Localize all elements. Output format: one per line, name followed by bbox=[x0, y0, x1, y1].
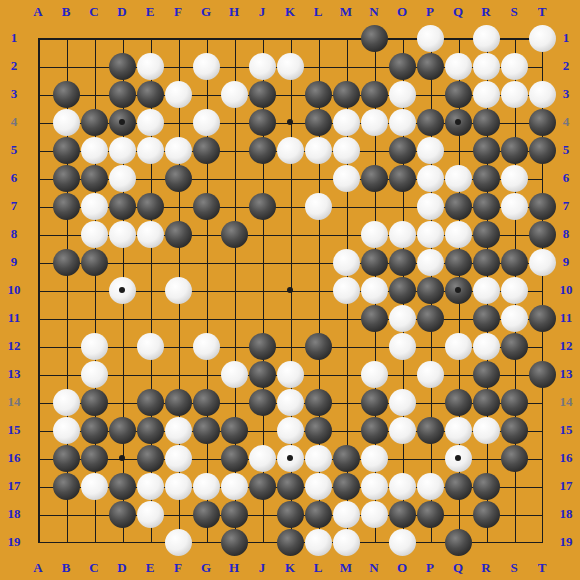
cell-H2[interactable] bbox=[220, 52, 248, 80]
cell-H15[interactable]: ● bbox=[220, 416, 248, 444]
cell-P13[interactable]: ● bbox=[416, 360, 444, 388]
cell-R1[interactable]: ● bbox=[472, 24, 500, 52]
cell-A3[interactable] bbox=[24, 80, 52, 108]
cell-E14[interactable]: ● bbox=[136, 388, 164, 416]
cell-C6[interactable]: ● bbox=[80, 164, 108, 192]
cell-O2[interactable]: ● bbox=[388, 52, 416, 80]
cell-G11[interactable] bbox=[192, 304, 220, 332]
cell-O6[interactable]: ● bbox=[388, 164, 416, 192]
cell-Q18[interactable] bbox=[444, 500, 472, 528]
cell-P12[interactable] bbox=[416, 332, 444, 360]
cell-M12[interactable] bbox=[332, 332, 360, 360]
cell-P18[interactable]: ● bbox=[416, 500, 444, 528]
cell-G3[interactable] bbox=[192, 80, 220, 108]
cell-N18[interactable]: ● bbox=[360, 500, 388, 528]
cell-A8[interactable] bbox=[24, 220, 52, 248]
cell-Q3[interactable]: ● bbox=[444, 80, 472, 108]
cell-B7[interactable]: ● bbox=[52, 192, 80, 220]
cell-F19[interactable]: ● bbox=[164, 528, 192, 556]
cell-B2[interactable] bbox=[52, 52, 80, 80]
cell-N1[interactable]: ● bbox=[360, 24, 388, 52]
cell-L16[interactable]: ● bbox=[304, 444, 332, 472]
cell-A5[interactable] bbox=[24, 136, 52, 164]
cell-P4[interactable]: ● bbox=[416, 108, 444, 136]
cell-C3[interactable] bbox=[80, 80, 108, 108]
cell-L2[interactable] bbox=[304, 52, 332, 80]
cell-P15[interactable]: ● bbox=[416, 416, 444, 444]
cell-L12[interactable]: ● bbox=[304, 332, 332, 360]
cell-F9[interactable] bbox=[164, 248, 192, 276]
cell-K1[interactable] bbox=[276, 24, 304, 52]
cell-K11[interactable] bbox=[276, 304, 304, 332]
cell-R18[interactable]: ● bbox=[472, 500, 500, 528]
cell-C13[interactable]: ● bbox=[80, 360, 108, 388]
cell-L18[interactable]: ● bbox=[304, 500, 332, 528]
cell-G13[interactable] bbox=[192, 360, 220, 388]
cell-J4[interactable]: ● bbox=[248, 108, 276, 136]
cell-T3[interactable]: ● bbox=[528, 80, 556, 108]
cell-S3[interactable]: ● bbox=[500, 80, 528, 108]
cell-P2[interactable]: ● bbox=[416, 52, 444, 80]
cell-J8[interactable] bbox=[248, 220, 276, 248]
cell-S9[interactable]: ● bbox=[500, 248, 528, 276]
cell-N7[interactable] bbox=[360, 192, 388, 220]
cell-F15[interactable]: ● bbox=[164, 416, 192, 444]
cell-E8[interactable]: ● bbox=[136, 220, 164, 248]
cell-Q11[interactable] bbox=[444, 304, 472, 332]
cell-S12[interactable]: ● bbox=[500, 332, 528, 360]
cell-P3[interactable] bbox=[416, 80, 444, 108]
cell-H17[interactable]: ● bbox=[220, 472, 248, 500]
cell-O7[interactable] bbox=[388, 192, 416, 220]
cell-J15[interactable] bbox=[248, 416, 276, 444]
cell-B14[interactable]: ● bbox=[52, 388, 80, 416]
cell-M9[interactable]: ● bbox=[332, 248, 360, 276]
cell-B5[interactable]: ● bbox=[52, 136, 80, 164]
cell-H12[interactable] bbox=[220, 332, 248, 360]
cell-K19[interactable]: ● bbox=[276, 528, 304, 556]
cell-C9[interactable]: ● bbox=[80, 248, 108, 276]
cell-Q12[interactable]: ● bbox=[444, 332, 472, 360]
cell-R13[interactable]: ● bbox=[472, 360, 500, 388]
cell-T9[interactable]: ● bbox=[528, 248, 556, 276]
cell-R10[interactable]: ● bbox=[472, 276, 500, 304]
cell-H19[interactable]: ● bbox=[220, 528, 248, 556]
cell-B8[interactable] bbox=[52, 220, 80, 248]
cell-D11[interactable] bbox=[108, 304, 136, 332]
cell-S15[interactable]: ● bbox=[500, 416, 528, 444]
cell-N3[interactable]: ● bbox=[360, 80, 388, 108]
cell-O12[interactable]: ● bbox=[388, 332, 416, 360]
cell-K17[interactable]: ● bbox=[276, 472, 304, 500]
cell-G19[interactable] bbox=[192, 528, 220, 556]
cell-Q5[interactable] bbox=[444, 136, 472, 164]
cell-E17[interactable]: ● bbox=[136, 472, 164, 500]
cell-G12[interactable]: ● bbox=[192, 332, 220, 360]
cell-K9[interactable] bbox=[276, 248, 304, 276]
cell-G8[interactable] bbox=[192, 220, 220, 248]
cell-F3[interactable]: ● bbox=[164, 80, 192, 108]
cell-J11[interactable] bbox=[248, 304, 276, 332]
cell-N11[interactable]: ● bbox=[360, 304, 388, 332]
cell-F11[interactable] bbox=[164, 304, 192, 332]
cell-F13[interactable] bbox=[164, 360, 192, 388]
cell-O4[interactable]: ● bbox=[388, 108, 416, 136]
cell-L10[interactable] bbox=[304, 276, 332, 304]
cell-H5[interactable] bbox=[220, 136, 248, 164]
cell-C5[interactable]: ● bbox=[80, 136, 108, 164]
cell-D19[interactable] bbox=[108, 528, 136, 556]
cell-B12[interactable] bbox=[52, 332, 80, 360]
cell-J18[interactable] bbox=[248, 500, 276, 528]
cell-D15[interactable]: ● bbox=[108, 416, 136, 444]
cell-R5[interactable]: ● bbox=[472, 136, 500, 164]
cell-J1[interactable] bbox=[248, 24, 276, 52]
cell-T14[interactable] bbox=[528, 388, 556, 416]
cell-T8[interactable]: ● bbox=[528, 220, 556, 248]
cell-Q1[interactable] bbox=[444, 24, 472, 52]
cell-J13[interactable]: ● bbox=[248, 360, 276, 388]
cell-C1[interactable] bbox=[80, 24, 108, 52]
cell-R8[interactable]: ● bbox=[472, 220, 500, 248]
cell-P11[interactable]: ● bbox=[416, 304, 444, 332]
cell-M7[interactable] bbox=[332, 192, 360, 220]
cell-K2[interactable]: ● bbox=[276, 52, 304, 80]
cell-R2[interactable]: ● bbox=[472, 52, 500, 80]
cell-O11[interactable]: ● bbox=[388, 304, 416, 332]
cell-H6[interactable] bbox=[220, 164, 248, 192]
cell-F8[interactable]: ● bbox=[164, 220, 192, 248]
cell-A10[interactable] bbox=[24, 276, 52, 304]
cell-K14[interactable]: ● bbox=[276, 388, 304, 416]
cell-O16[interactable] bbox=[388, 444, 416, 472]
cell-K13[interactable]: ● bbox=[276, 360, 304, 388]
cell-F12[interactable] bbox=[164, 332, 192, 360]
cell-O3[interactable]: ● bbox=[388, 80, 416, 108]
cell-H3[interactable]: ● bbox=[220, 80, 248, 108]
cell-H14[interactable] bbox=[220, 388, 248, 416]
cell-O1[interactable] bbox=[388, 24, 416, 52]
cell-R7[interactable]: ● bbox=[472, 192, 500, 220]
cell-D17[interactable]: ● bbox=[108, 472, 136, 500]
cell-E7[interactable]: ● bbox=[136, 192, 164, 220]
cell-A14[interactable] bbox=[24, 388, 52, 416]
cell-P17[interactable]: ● bbox=[416, 472, 444, 500]
cell-E16[interactable]: ● bbox=[136, 444, 164, 472]
cell-C15[interactable]: ● bbox=[80, 416, 108, 444]
cell-M11[interactable] bbox=[332, 304, 360, 332]
cell-Q17[interactable]: ● bbox=[444, 472, 472, 500]
cell-S14[interactable]: ● bbox=[500, 388, 528, 416]
cell-S10[interactable]: ● bbox=[500, 276, 528, 304]
cell-C18[interactable] bbox=[80, 500, 108, 528]
cell-T16[interactable] bbox=[528, 444, 556, 472]
cell-L19[interactable]: ● bbox=[304, 528, 332, 556]
cell-P1[interactable]: ● bbox=[416, 24, 444, 52]
cell-N14[interactable]: ● bbox=[360, 388, 388, 416]
cell-G7[interactable]: ● bbox=[192, 192, 220, 220]
cell-T7[interactable]: ● bbox=[528, 192, 556, 220]
cell-H10[interactable] bbox=[220, 276, 248, 304]
cell-F10[interactable]: ● bbox=[164, 276, 192, 304]
cell-M8[interactable] bbox=[332, 220, 360, 248]
cell-H4[interactable] bbox=[220, 108, 248, 136]
cell-C14[interactable]: ● bbox=[80, 388, 108, 416]
cell-S4[interactable] bbox=[500, 108, 528, 136]
cell-B1[interactable] bbox=[52, 24, 80, 52]
cell-R4[interactable]: ● bbox=[472, 108, 500, 136]
cell-N19[interactable] bbox=[360, 528, 388, 556]
cell-K18[interactable]: ● bbox=[276, 500, 304, 528]
cell-O14[interactable]: ● bbox=[388, 388, 416, 416]
cell-D2[interactable]: ● bbox=[108, 52, 136, 80]
cell-R15[interactable]: ● bbox=[472, 416, 500, 444]
cell-C19[interactable] bbox=[80, 528, 108, 556]
cell-E15[interactable]: ● bbox=[136, 416, 164, 444]
cell-L3[interactable]: ● bbox=[304, 80, 332, 108]
cell-K6[interactable] bbox=[276, 164, 304, 192]
cell-F6[interactable]: ● bbox=[164, 164, 192, 192]
cell-O5[interactable]: ● bbox=[388, 136, 416, 164]
cell-M13[interactable] bbox=[332, 360, 360, 388]
cell-T13[interactable]: ● bbox=[528, 360, 556, 388]
cell-R11[interactable]: ● bbox=[472, 304, 500, 332]
cell-R17[interactable]: ● bbox=[472, 472, 500, 500]
cell-B9[interactable]: ● bbox=[52, 248, 80, 276]
cell-B4[interactable]: ● bbox=[52, 108, 80, 136]
cell-E19[interactable] bbox=[136, 528, 164, 556]
cell-L6[interactable] bbox=[304, 164, 332, 192]
cell-F5[interactable]: ● bbox=[164, 136, 192, 164]
cell-F16[interactable]: ● bbox=[164, 444, 192, 472]
cell-E11[interactable] bbox=[136, 304, 164, 332]
cell-C8[interactable]: ● bbox=[80, 220, 108, 248]
cell-M3[interactable]: ● bbox=[332, 80, 360, 108]
cell-T17[interactable] bbox=[528, 472, 556, 500]
cell-A1[interactable] bbox=[24, 24, 52, 52]
cell-J5[interactable]: ● bbox=[248, 136, 276, 164]
cell-D14[interactable] bbox=[108, 388, 136, 416]
cell-O10[interactable]: ● bbox=[388, 276, 416, 304]
cell-O15[interactable]: ● bbox=[388, 416, 416, 444]
cell-A6[interactable] bbox=[24, 164, 52, 192]
cell-F17[interactable]: ● bbox=[164, 472, 192, 500]
cell-T5[interactable]: ● bbox=[528, 136, 556, 164]
cell-S2[interactable]: ● bbox=[500, 52, 528, 80]
cell-H16[interactable]: ● bbox=[220, 444, 248, 472]
cell-S7[interactable]: ● bbox=[500, 192, 528, 220]
cell-M18[interactable]: ● bbox=[332, 500, 360, 528]
cell-D7[interactable]: ● bbox=[108, 192, 136, 220]
cell-R3[interactable]: ● bbox=[472, 80, 500, 108]
cell-G1[interactable] bbox=[192, 24, 220, 52]
cell-P6[interactable]: ● bbox=[416, 164, 444, 192]
cell-H18[interactable]: ● bbox=[220, 500, 248, 528]
cell-M16[interactable]: ● bbox=[332, 444, 360, 472]
cell-H9[interactable] bbox=[220, 248, 248, 276]
cell-H13[interactable]: ● bbox=[220, 360, 248, 388]
cell-E5[interactable]: ● bbox=[136, 136, 164, 164]
cell-T11[interactable]: ● bbox=[528, 304, 556, 332]
cell-K8[interactable] bbox=[276, 220, 304, 248]
cell-K12[interactable] bbox=[276, 332, 304, 360]
cell-P5[interactable]: ● bbox=[416, 136, 444, 164]
cell-M14[interactable] bbox=[332, 388, 360, 416]
cell-D9[interactable] bbox=[108, 248, 136, 276]
cell-L14[interactable]: ● bbox=[304, 388, 332, 416]
cell-A17[interactable] bbox=[24, 472, 52, 500]
cell-C10[interactable] bbox=[80, 276, 108, 304]
cell-A13[interactable] bbox=[24, 360, 52, 388]
cell-K3[interactable] bbox=[276, 80, 304, 108]
cell-H8[interactable]: ● bbox=[220, 220, 248, 248]
cell-S19[interactable] bbox=[500, 528, 528, 556]
cell-J17[interactable]: ● bbox=[248, 472, 276, 500]
cell-E1[interactable] bbox=[136, 24, 164, 52]
cell-S8[interactable] bbox=[500, 220, 528, 248]
cell-G15[interactable]: ● bbox=[192, 416, 220, 444]
cell-P14[interactable] bbox=[416, 388, 444, 416]
cell-E18[interactable]: ● bbox=[136, 500, 164, 528]
cell-L4[interactable]: ● bbox=[304, 108, 332, 136]
cell-M17[interactable]: ● bbox=[332, 472, 360, 500]
cell-N17[interactable]: ● bbox=[360, 472, 388, 500]
cell-C7[interactable]: ● bbox=[80, 192, 108, 220]
cell-R12[interactable]: ● bbox=[472, 332, 500, 360]
cell-Q2[interactable]: ● bbox=[444, 52, 472, 80]
cell-D6[interactable]: ● bbox=[108, 164, 136, 192]
cell-A15[interactable] bbox=[24, 416, 52, 444]
cell-B15[interactable]: ● bbox=[52, 416, 80, 444]
cell-N15[interactable]: ● bbox=[360, 416, 388, 444]
cell-E12[interactable]: ● bbox=[136, 332, 164, 360]
cell-D8[interactable]: ● bbox=[108, 220, 136, 248]
cell-N9[interactable]: ● bbox=[360, 248, 388, 276]
cell-E9[interactable] bbox=[136, 248, 164, 276]
cell-F1[interactable] bbox=[164, 24, 192, 52]
cell-C2[interactable] bbox=[80, 52, 108, 80]
cell-P10[interactable]: ● bbox=[416, 276, 444, 304]
cell-K15[interactable]: ● bbox=[276, 416, 304, 444]
cell-G10[interactable] bbox=[192, 276, 220, 304]
cell-Q8[interactable]: ● bbox=[444, 220, 472, 248]
cell-A12[interactable] bbox=[24, 332, 52, 360]
cell-C4[interactable]: ● bbox=[80, 108, 108, 136]
cell-B19[interactable] bbox=[52, 528, 80, 556]
cell-A16[interactable] bbox=[24, 444, 52, 472]
cell-L15[interactable]: ● bbox=[304, 416, 332, 444]
cell-E6[interactable] bbox=[136, 164, 164, 192]
cell-P19[interactable] bbox=[416, 528, 444, 556]
cell-C12[interactable]: ● bbox=[80, 332, 108, 360]
cell-B6[interactable]: ● bbox=[52, 164, 80, 192]
cell-S11[interactable]: ● bbox=[500, 304, 528, 332]
cell-A11[interactable] bbox=[24, 304, 52, 332]
cell-N8[interactable]: ● bbox=[360, 220, 388, 248]
cell-P9[interactable]: ● bbox=[416, 248, 444, 276]
cell-K7[interactable] bbox=[276, 192, 304, 220]
cell-T18[interactable] bbox=[528, 500, 556, 528]
cell-J3[interactable]: ● bbox=[248, 80, 276, 108]
cell-A9[interactable] bbox=[24, 248, 52, 276]
cell-O9[interactable]: ● bbox=[388, 248, 416, 276]
cell-E13[interactable] bbox=[136, 360, 164, 388]
cell-P7[interactable]: ● bbox=[416, 192, 444, 220]
cell-G9[interactable] bbox=[192, 248, 220, 276]
cell-E4[interactable]: ● bbox=[136, 108, 164, 136]
cell-F4[interactable] bbox=[164, 108, 192, 136]
cell-G18[interactable]: ● bbox=[192, 500, 220, 528]
cell-D1[interactable] bbox=[108, 24, 136, 52]
cell-R6[interactable]: ● bbox=[472, 164, 500, 192]
cell-J14[interactable]: ● bbox=[248, 388, 276, 416]
cell-P8[interactable]: ● bbox=[416, 220, 444, 248]
cell-J6[interactable] bbox=[248, 164, 276, 192]
cell-B18[interactable] bbox=[52, 500, 80, 528]
cell-L8[interactable] bbox=[304, 220, 332, 248]
cell-B11[interactable] bbox=[52, 304, 80, 332]
cell-N6[interactable]: ● bbox=[360, 164, 388, 192]
cell-E2[interactable]: ● bbox=[136, 52, 164, 80]
cell-J7[interactable]: ● bbox=[248, 192, 276, 220]
cell-R9[interactable]: ● bbox=[472, 248, 500, 276]
cell-M5[interactable]: ● bbox=[332, 136, 360, 164]
cell-B3[interactable]: ● bbox=[52, 80, 80, 108]
cell-H7[interactable] bbox=[220, 192, 248, 220]
cell-T15[interactable] bbox=[528, 416, 556, 444]
cell-Q13[interactable] bbox=[444, 360, 472, 388]
cell-B16[interactable]: ● bbox=[52, 444, 80, 472]
cell-Q19[interactable]: ● bbox=[444, 528, 472, 556]
cell-Q14[interactable]: ● bbox=[444, 388, 472, 416]
cell-N16[interactable]: ● bbox=[360, 444, 388, 472]
cell-F7[interactable] bbox=[164, 192, 192, 220]
cell-N5[interactable] bbox=[360, 136, 388, 164]
cell-T2[interactable] bbox=[528, 52, 556, 80]
cell-N2[interactable] bbox=[360, 52, 388, 80]
cell-L1[interactable] bbox=[304, 24, 332, 52]
cell-G14[interactable]: ● bbox=[192, 388, 220, 416]
cell-O19[interactable]: ● bbox=[388, 528, 416, 556]
cell-D13[interactable] bbox=[108, 360, 136, 388]
cell-Q7[interactable]: ● bbox=[444, 192, 472, 220]
cell-G6[interactable] bbox=[192, 164, 220, 192]
cell-L11[interactable] bbox=[304, 304, 332, 332]
cell-A4[interactable] bbox=[24, 108, 52, 136]
cell-K5[interactable]: ● bbox=[276, 136, 304, 164]
cell-F2[interactable] bbox=[164, 52, 192, 80]
cell-G17[interactable]: ● bbox=[192, 472, 220, 500]
cell-D18[interactable]: ● bbox=[108, 500, 136, 528]
cell-C16[interactable]: ● bbox=[80, 444, 108, 472]
cell-N12[interactable] bbox=[360, 332, 388, 360]
cell-O8[interactable]: ● bbox=[388, 220, 416, 248]
cell-O13[interactable] bbox=[388, 360, 416, 388]
cell-L9[interactable] bbox=[304, 248, 332, 276]
cell-R19[interactable] bbox=[472, 528, 500, 556]
cell-D12[interactable] bbox=[108, 332, 136, 360]
cell-S5[interactable]: ● bbox=[500, 136, 528, 164]
cell-C17[interactable]: ● bbox=[80, 472, 108, 500]
cell-M1[interactable] bbox=[332, 24, 360, 52]
cell-O18[interactable]: ● bbox=[388, 500, 416, 528]
cell-T1[interactable]: ● bbox=[528, 24, 556, 52]
cell-J12[interactable]: ● bbox=[248, 332, 276, 360]
cell-R16[interactable] bbox=[472, 444, 500, 472]
cell-G16[interactable] bbox=[192, 444, 220, 472]
cell-S6[interactable]: ● bbox=[500, 164, 528, 192]
cell-B13[interactable] bbox=[52, 360, 80, 388]
